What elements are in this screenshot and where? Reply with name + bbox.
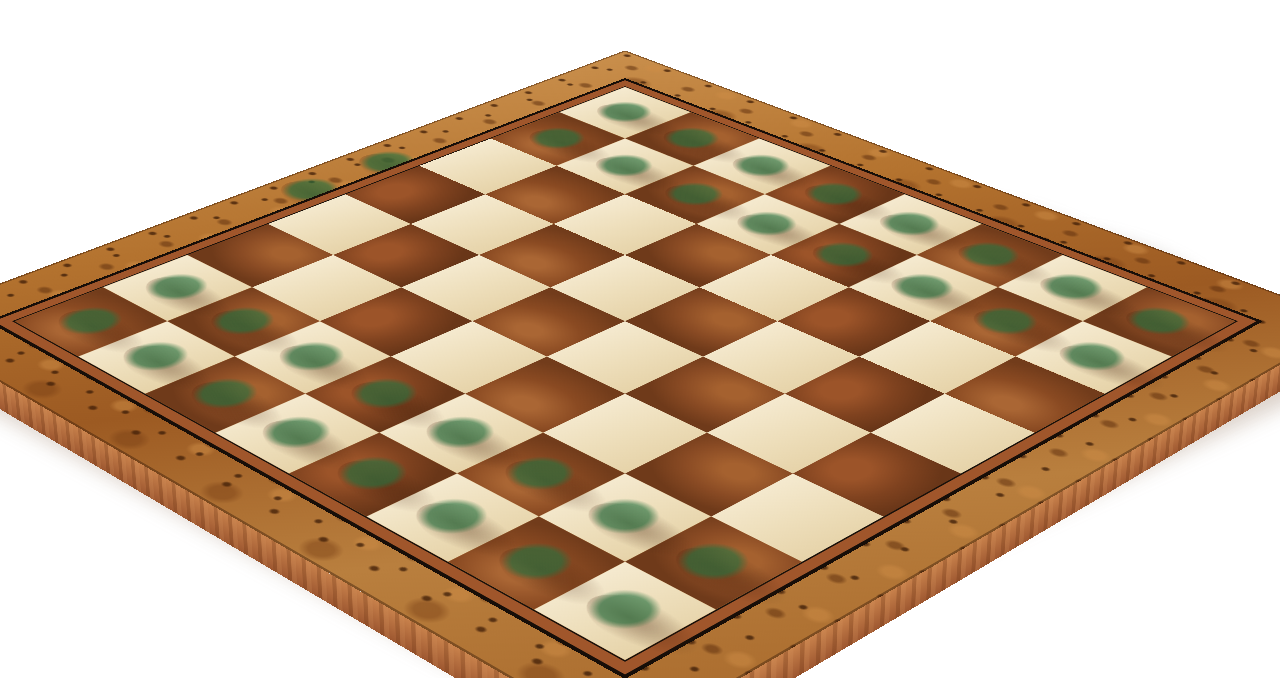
piece-glyph: ♟ xyxy=(1030,142,1138,362)
board-3d: ♜♞♝♚♛♝♞♜♟♟♟♟♟♟♟♟♟♟♟♟♟♟♟♟♜♞♝♚♛♝♞♜ ♛ ♛ xyxy=(0,50,1280,678)
board-grid: ♜♞♝♚♛♝♞♜♟♟♟♟♟♟♟♟♟♟♟♟♟♟♟♟♜♞♝♚♛♝♞♜ xyxy=(15,87,1236,660)
piece-glyph: ♜ xyxy=(545,344,679,616)
scene: ♜♞♝♚♛♝♞♜♟♟♟♟♟♟♟♟♟♟♟♟♟♟♟♟♜♞♝♚♛♝♞♜ ♛ ♛ xyxy=(0,0,1280,678)
